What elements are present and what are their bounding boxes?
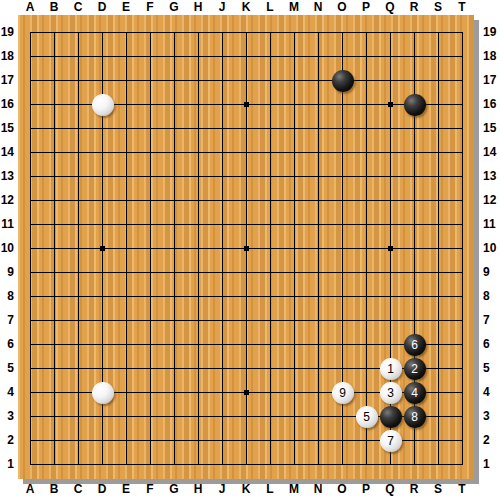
intersection[interactable]	[114, 260, 138, 284]
intersection[interactable]	[114, 452, 138, 476]
intersection[interactable]	[210, 356, 234, 380]
intersection[interactable]	[354, 92, 378, 116]
intersection[interactable]	[282, 116, 306, 140]
intersection[interactable]	[162, 68, 186, 92]
intersection[interactable]	[330, 356, 354, 380]
intersection[interactable]	[354, 188, 378, 212]
intersection[interactable]	[162, 236, 186, 260]
intersection[interactable]	[258, 236, 282, 260]
intersection[interactable]	[138, 140, 162, 164]
intersection[interactable]	[426, 380, 450, 404]
intersection[interactable]	[186, 404, 210, 428]
intersection[interactable]	[234, 332, 258, 356]
intersection[interactable]	[18, 188, 42, 212]
intersection[interactable]	[162, 92, 186, 116]
intersection[interactable]	[162, 188, 186, 212]
intersection[interactable]	[258, 260, 282, 284]
intersection[interactable]	[378, 20, 402, 44]
intersection[interactable]	[402, 260, 426, 284]
intersection[interactable]	[450, 308, 474, 332]
intersection[interactable]	[282, 452, 306, 476]
intersection[interactable]	[90, 212, 114, 236]
intersection[interactable]	[114, 92, 138, 116]
intersection[interactable]	[306, 404, 330, 428]
intersection[interactable]	[258, 212, 282, 236]
intersection[interactable]	[354, 380, 378, 404]
intersection[interactable]	[330, 188, 354, 212]
intersection[interactable]	[18, 356, 42, 380]
intersection[interactable]	[210, 452, 234, 476]
intersection[interactable]	[162, 356, 186, 380]
intersection[interactable]	[450, 404, 474, 428]
intersection[interactable]	[258, 188, 282, 212]
intersection[interactable]	[378, 284, 402, 308]
intersection[interactable]	[162, 44, 186, 68]
intersection[interactable]	[138, 68, 162, 92]
intersection[interactable]	[186, 188, 210, 212]
intersection[interactable]	[330, 164, 354, 188]
intersection[interactable]	[450, 236, 474, 260]
intersection[interactable]	[162, 452, 186, 476]
intersection[interactable]	[330, 404, 354, 428]
intersection[interactable]	[114, 404, 138, 428]
intersection[interactable]	[162, 332, 186, 356]
intersection[interactable]	[234, 236, 258, 260]
intersection[interactable]	[354, 236, 378, 260]
intersection[interactable]	[90, 236, 114, 260]
intersection[interactable]	[90, 68, 114, 92]
intersection[interactable]	[402, 44, 426, 68]
intersection[interactable]	[306, 308, 330, 332]
intersection[interactable]	[234, 188, 258, 212]
intersection[interactable]	[90, 452, 114, 476]
intersection[interactable]	[282, 212, 306, 236]
intersection[interactable]	[114, 164, 138, 188]
intersection[interactable]	[258, 452, 282, 476]
intersection[interactable]	[450, 92, 474, 116]
intersection[interactable]	[162, 260, 186, 284]
intersection[interactable]	[354, 260, 378, 284]
intersection[interactable]	[282, 140, 306, 164]
intersection[interactable]	[66, 188, 90, 212]
intersection[interactable]	[114, 140, 138, 164]
intersection[interactable]	[186, 260, 210, 284]
intersection[interactable]	[138, 260, 162, 284]
intersection[interactable]: 8	[402, 404, 426, 428]
intersection[interactable]	[354, 116, 378, 140]
intersection[interactable]	[306, 92, 330, 116]
intersection[interactable]	[186, 284, 210, 308]
intersection[interactable]	[234, 356, 258, 380]
intersection[interactable]	[210, 212, 234, 236]
intersection[interactable]	[114, 332, 138, 356]
intersection[interactable]	[18, 452, 42, 476]
intersection[interactable]: 1	[378, 356, 402, 380]
intersection[interactable]	[450, 260, 474, 284]
intersection[interactable]	[330, 284, 354, 308]
intersection[interactable]: 6	[402, 332, 426, 356]
intersection[interactable]	[114, 188, 138, 212]
intersection[interactable]	[90, 428, 114, 452]
intersection[interactable]	[66, 116, 90, 140]
intersection[interactable]	[66, 404, 90, 428]
intersection[interactable]	[426, 404, 450, 428]
intersection[interactable]	[378, 44, 402, 68]
intersection[interactable]	[66, 44, 90, 68]
intersection[interactable]	[450, 188, 474, 212]
intersection[interactable]	[306, 356, 330, 380]
intersection[interactable]	[66, 236, 90, 260]
intersection[interactable]	[258, 20, 282, 44]
intersection[interactable]	[90, 260, 114, 284]
intersection[interactable]	[306, 428, 330, 452]
intersection[interactable]	[42, 164, 66, 188]
intersection[interactable]	[210, 92, 234, 116]
intersection[interactable]	[66, 380, 90, 404]
intersection[interactable]	[258, 404, 282, 428]
intersection[interactable]	[114, 356, 138, 380]
intersection[interactable]	[162, 140, 186, 164]
intersection[interactable]	[42, 44, 66, 68]
intersection[interactable]	[18, 404, 42, 428]
intersection[interactable]	[210, 428, 234, 452]
intersection[interactable]	[186, 380, 210, 404]
intersection[interactable]	[330, 308, 354, 332]
intersection[interactable]	[234, 212, 258, 236]
intersection[interactable]	[306, 140, 330, 164]
intersection[interactable]	[186, 212, 210, 236]
intersection[interactable]	[234, 380, 258, 404]
intersection[interactable]	[258, 140, 282, 164]
intersection[interactable]	[138, 380, 162, 404]
intersection[interactable]	[282, 308, 306, 332]
intersection[interactable]	[210, 68, 234, 92]
intersection[interactable]	[354, 20, 378, 44]
intersection[interactable]	[210, 188, 234, 212]
intersection[interactable]	[282, 380, 306, 404]
intersection[interactable]	[186, 236, 210, 260]
intersection[interactable]	[42, 356, 66, 380]
intersection[interactable]	[138, 356, 162, 380]
intersection[interactable]	[210, 116, 234, 140]
intersection[interactable]	[282, 68, 306, 92]
intersection[interactable]	[258, 164, 282, 188]
intersection[interactable]	[402, 212, 426, 236]
intersection[interactable]	[330, 68, 354, 92]
intersection[interactable]	[114, 380, 138, 404]
intersection[interactable]	[186, 92, 210, 116]
intersection[interactable]	[18, 164, 42, 188]
intersection[interactable]	[66, 212, 90, 236]
intersection[interactable]	[210, 164, 234, 188]
intersection[interactable]	[378, 308, 402, 332]
intersection[interactable]	[306, 452, 330, 476]
intersection[interactable]	[426, 140, 450, 164]
intersection[interactable]: 4	[402, 380, 426, 404]
intersection[interactable]	[42, 260, 66, 284]
intersection[interactable]	[90, 116, 114, 140]
intersection[interactable]	[162, 116, 186, 140]
intersection[interactable]	[282, 188, 306, 212]
intersection[interactable]	[138, 20, 162, 44]
intersection[interactable]	[114, 20, 138, 44]
intersection[interactable]	[378, 68, 402, 92]
intersection[interactable]	[378, 212, 402, 236]
intersection[interactable]	[426, 332, 450, 356]
intersection[interactable]	[354, 164, 378, 188]
intersection[interactable]	[402, 428, 426, 452]
intersection[interactable]	[306, 164, 330, 188]
intersection[interactable]	[258, 356, 282, 380]
intersection[interactable]	[42, 404, 66, 428]
intersection[interactable]	[186, 20, 210, 44]
intersection[interactable]	[210, 404, 234, 428]
intersection[interactable]	[42, 380, 66, 404]
intersection[interactable]	[42, 116, 66, 140]
intersection[interactable]	[42, 68, 66, 92]
intersection[interactable]	[162, 212, 186, 236]
intersection[interactable]	[306, 188, 330, 212]
intersection[interactable]	[306, 236, 330, 260]
intersection[interactable]	[42, 236, 66, 260]
intersection[interactable]	[210, 44, 234, 68]
intersection[interactable]	[210, 20, 234, 44]
intersection[interactable]	[138, 308, 162, 332]
intersection[interactable]	[282, 20, 306, 44]
intersection[interactable]	[66, 452, 90, 476]
intersection[interactable]	[90, 332, 114, 356]
intersection[interactable]	[42, 212, 66, 236]
intersection[interactable]	[282, 236, 306, 260]
intersection[interactable]	[402, 236, 426, 260]
intersection[interactable]	[138, 44, 162, 68]
intersection[interactable]	[354, 212, 378, 236]
intersection[interactable]	[234, 116, 258, 140]
intersection[interactable]	[306, 284, 330, 308]
intersection[interactable]	[426, 428, 450, 452]
intersection[interactable]	[258, 308, 282, 332]
intersection[interactable]	[426, 260, 450, 284]
intersection[interactable]	[18, 92, 42, 116]
intersection[interactable]	[66, 428, 90, 452]
intersection[interactable]	[186, 44, 210, 68]
intersection[interactable]	[402, 68, 426, 92]
intersection[interactable]	[402, 116, 426, 140]
intersection[interactable]	[18, 44, 42, 68]
intersection[interactable]	[450, 212, 474, 236]
intersection[interactable]	[234, 284, 258, 308]
intersection[interactable]	[378, 188, 402, 212]
intersection[interactable]	[306, 332, 330, 356]
intersection[interactable]	[258, 380, 282, 404]
intersection[interactable]	[114, 308, 138, 332]
intersection[interactable]	[186, 164, 210, 188]
intersection[interactable]	[378, 140, 402, 164]
intersection[interactable]	[378, 452, 402, 476]
intersection[interactable]	[450, 356, 474, 380]
intersection[interactable]	[42, 332, 66, 356]
intersection[interactable]	[378, 332, 402, 356]
intersection[interactable]	[306, 68, 330, 92]
intersection[interactable]	[210, 332, 234, 356]
intersection[interactable]	[162, 428, 186, 452]
intersection[interactable]	[18, 380, 42, 404]
intersection[interactable]	[66, 164, 90, 188]
intersection[interactable]: 5	[354, 404, 378, 428]
intersection[interactable]	[138, 452, 162, 476]
intersection[interactable]	[426, 452, 450, 476]
intersection[interactable]	[306, 44, 330, 68]
intersection[interactable]	[114, 44, 138, 68]
intersection[interactable]	[402, 140, 426, 164]
intersection[interactable]	[330, 260, 354, 284]
intersection[interactable]	[42, 308, 66, 332]
intersection[interactable]	[90, 356, 114, 380]
intersection[interactable]	[378, 260, 402, 284]
intersection[interactable]	[90, 44, 114, 68]
intersection[interactable]	[18, 284, 42, 308]
intersection[interactable]	[90, 284, 114, 308]
intersection[interactable]	[450, 452, 474, 476]
intersection[interactable]	[186, 356, 210, 380]
intersection[interactable]	[186, 452, 210, 476]
intersection[interactable]	[282, 92, 306, 116]
intersection[interactable]	[162, 404, 186, 428]
intersection[interactable]	[354, 140, 378, 164]
intersection[interactable]	[90, 404, 114, 428]
intersection[interactable]	[138, 92, 162, 116]
intersection[interactable]	[234, 164, 258, 188]
intersection[interactable]	[282, 284, 306, 308]
intersection[interactable]	[90, 140, 114, 164]
intersection[interactable]	[66, 260, 90, 284]
intersection[interactable]	[162, 380, 186, 404]
intersection[interactable]	[354, 428, 378, 452]
intersection[interactable]	[18, 308, 42, 332]
intersection[interactable]	[330, 116, 354, 140]
intersection[interactable]	[330, 428, 354, 452]
intersection[interactable]	[66, 20, 90, 44]
intersection[interactable]	[234, 452, 258, 476]
intersection[interactable]	[234, 92, 258, 116]
intersection[interactable]	[234, 44, 258, 68]
intersection[interactable]	[426, 68, 450, 92]
intersection[interactable]	[42, 140, 66, 164]
intersection[interactable]	[114, 116, 138, 140]
intersection[interactable]	[234, 140, 258, 164]
intersection[interactable]	[354, 44, 378, 68]
intersection[interactable]	[282, 164, 306, 188]
intersection[interactable]	[402, 188, 426, 212]
intersection[interactable]	[450, 20, 474, 44]
intersection[interactable]	[162, 20, 186, 44]
intersection[interactable]	[42, 92, 66, 116]
intersection[interactable]	[354, 332, 378, 356]
intersection[interactable]	[210, 308, 234, 332]
intersection[interactable]	[378, 236, 402, 260]
intersection[interactable]	[18, 236, 42, 260]
intersection[interactable]: 7	[378, 428, 402, 452]
intersection[interactable]	[450, 380, 474, 404]
intersection[interactable]	[234, 308, 258, 332]
intersection[interactable]	[282, 44, 306, 68]
intersection[interactable]	[234, 428, 258, 452]
intersection[interactable]	[306, 380, 330, 404]
intersection[interactable]	[258, 92, 282, 116]
intersection[interactable]	[282, 260, 306, 284]
intersection[interactable]	[18, 116, 42, 140]
intersection[interactable]	[450, 164, 474, 188]
intersection[interactable]	[450, 284, 474, 308]
intersection[interactable]	[90, 380, 114, 404]
intersection[interactable]	[138, 332, 162, 356]
intersection[interactable]	[450, 44, 474, 68]
intersection[interactable]	[450, 428, 474, 452]
intersection[interactable]	[42, 428, 66, 452]
intersection[interactable]	[282, 404, 306, 428]
intersection[interactable]	[138, 212, 162, 236]
intersection[interactable]	[426, 44, 450, 68]
intersection[interactable]	[306, 212, 330, 236]
intersection[interactable]	[330, 236, 354, 260]
intersection[interactable]	[90, 308, 114, 332]
intersection[interactable]	[186, 332, 210, 356]
intersection[interactable]	[18, 140, 42, 164]
intersection[interactable]	[114, 428, 138, 452]
intersection[interactable]	[210, 140, 234, 164]
intersection[interactable]: 3	[378, 380, 402, 404]
intersection[interactable]	[18, 212, 42, 236]
intersection[interactable]: 9	[330, 380, 354, 404]
intersection[interactable]	[114, 284, 138, 308]
intersection[interactable]	[426, 116, 450, 140]
intersection[interactable]	[18, 68, 42, 92]
intersection[interactable]	[330, 44, 354, 68]
intersection[interactable]	[66, 356, 90, 380]
intersection[interactable]	[354, 452, 378, 476]
intersection[interactable]	[402, 284, 426, 308]
intersection[interactable]	[306, 20, 330, 44]
intersection[interactable]	[42, 452, 66, 476]
intersection[interactable]	[186, 308, 210, 332]
intersection[interactable]	[162, 284, 186, 308]
intersection[interactable]	[258, 116, 282, 140]
intersection[interactable]	[354, 284, 378, 308]
intersection[interactable]	[66, 308, 90, 332]
intersection[interactable]	[186, 140, 210, 164]
intersection[interactable]	[378, 92, 402, 116]
intersection[interactable]	[450, 140, 474, 164]
intersection[interactable]	[90, 188, 114, 212]
intersection[interactable]	[426, 308, 450, 332]
intersection[interactable]	[138, 116, 162, 140]
intersection[interactable]	[402, 92, 426, 116]
intersection[interactable]	[378, 164, 402, 188]
intersection[interactable]	[66, 284, 90, 308]
intersection[interactable]	[306, 260, 330, 284]
intersection[interactable]	[330, 452, 354, 476]
intersection[interactable]	[354, 308, 378, 332]
intersection[interactable]	[138, 164, 162, 188]
intersection[interactable]	[162, 164, 186, 188]
intersection[interactable]	[354, 68, 378, 92]
intersection[interactable]	[330, 332, 354, 356]
intersection[interactable]	[138, 284, 162, 308]
intersection[interactable]	[114, 68, 138, 92]
intersection[interactable]	[426, 20, 450, 44]
intersection[interactable]	[66, 92, 90, 116]
intersection[interactable]	[450, 116, 474, 140]
